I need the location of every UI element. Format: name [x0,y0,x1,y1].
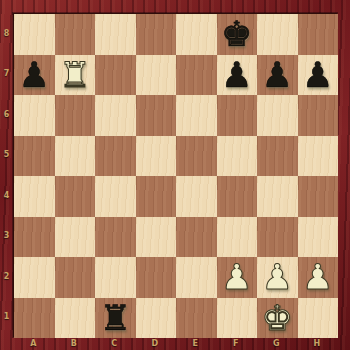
square-h7[interactable]: ♟ [298,55,339,96]
square-h8[interactable] [298,14,339,55]
square-b6[interactable] [55,95,96,136]
square-b2[interactable] [55,257,96,298]
square-e3[interactable] [176,217,217,258]
square-f1[interactable] [217,298,258,339]
piece-black-pawn-g7[interactable]: ♟ [262,55,293,96]
square-d8[interactable] [136,14,177,55]
square-b7[interactable]: ♜ [55,55,96,96]
square-b5[interactable] [55,136,96,177]
file-label-f: F [216,337,257,350]
square-e5[interactable] [176,136,217,177]
square-h4[interactable] [298,176,339,217]
square-b4[interactable] [55,176,96,217]
rank-label-3: 3 [0,216,13,257]
square-h1[interactable] [298,298,339,339]
chess-board: ♚♟♜♟♟♟♟♟♟♜♚ [13,13,337,337]
square-a3[interactable] [14,217,55,258]
square-c5[interactable] [95,136,136,177]
square-f8[interactable]: ♚ [217,14,258,55]
square-g7[interactable]: ♟ [257,55,298,96]
rank-label-7: 7 [0,54,13,95]
piece-white-pawn-f2[interactable]: ♟ [221,257,252,298]
square-c4[interactable] [95,176,136,217]
rank-labels: 87654321 [0,13,13,337]
square-c7[interactable] [95,55,136,96]
square-d4[interactable] [136,176,177,217]
square-c8[interactable] [95,14,136,55]
piece-black-pawn-h7[interactable]: ♟ [302,55,333,96]
square-a6[interactable] [14,95,55,136]
square-f6[interactable] [217,95,258,136]
square-f2[interactable]: ♟ [217,257,258,298]
square-a2[interactable] [14,257,55,298]
square-a1[interactable] [14,298,55,339]
square-a7[interactable]: ♟ [14,55,55,96]
file-label-c: C [94,337,135,350]
square-h2[interactable]: ♟ [298,257,339,298]
square-c2[interactable] [95,257,136,298]
square-g2[interactable]: ♟ [257,257,298,298]
square-f5[interactable] [217,136,258,177]
square-g6[interactable] [257,95,298,136]
file-label-h: H [297,337,338,350]
square-e7[interactable] [176,55,217,96]
rank-label-2: 2 [0,256,13,297]
square-f4[interactable] [217,176,258,217]
piece-black-rook-c1[interactable]: ♜ [100,298,131,339]
square-e4[interactable] [176,176,217,217]
piece-white-pawn-g2[interactable]: ♟ [262,257,293,298]
square-d7[interactable] [136,55,177,96]
rank-label-5: 5 [0,135,13,176]
rank-label-6: 6 [0,94,13,135]
square-d6[interactable] [136,95,177,136]
square-h5[interactable] [298,136,339,177]
square-a4[interactable] [14,176,55,217]
square-b3[interactable] [55,217,96,258]
piece-white-pawn-h2[interactable]: ♟ [302,257,333,298]
square-e2[interactable] [176,257,217,298]
piece-white-king-g1[interactable]: ♚ [262,298,293,339]
square-g8[interactable] [257,14,298,55]
file-label-g: G [256,337,297,350]
square-h6[interactable] [298,95,339,136]
board-frame: ♚♟♜♟♟♟♟♟♟♜♚ 87654321 ABCDEFGH [0,0,350,350]
square-b8[interactable] [55,14,96,55]
square-c1[interactable]: ♜ [95,298,136,339]
square-a5[interactable] [14,136,55,177]
rank-label-4: 4 [0,175,13,216]
square-g3[interactable] [257,217,298,258]
file-label-b: B [54,337,95,350]
square-f7[interactable]: ♟ [217,55,258,96]
square-g1[interactable]: ♚ [257,298,298,339]
square-a8[interactable] [14,14,55,55]
square-e8[interactable] [176,14,217,55]
square-d2[interactable] [136,257,177,298]
square-d1[interactable] [136,298,177,339]
square-d3[interactable] [136,217,177,258]
file-label-d: D [135,337,176,350]
square-h3[interactable] [298,217,339,258]
square-e6[interactable] [176,95,217,136]
square-c6[interactable] [95,95,136,136]
square-g5[interactable] [257,136,298,177]
square-d5[interactable] [136,136,177,177]
square-g4[interactable] [257,176,298,217]
file-labels: ABCDEFGH [13,337,337,350]
piece-black-pawn-a7[interactable]: ♟ [19,55,50,96]
square-e1[interactable] [176,298,217,339]
piece-black-pawn-f7[interactable]: ♟ [221,55,252,96]
file-label-e: E [175,337,216,350]
piece-black-king-f8[interactable]: ♚ [221,14,252,55]
square-f3[interactable] [217,217,258,258]
square-b1[interactable] [55,298,96,339]
rank-label-8: 8 [0,13,13,54]
piece-white-rook-b7[interactable]: ♜ [59,55,90,96]
file-label-a: A [13,337,54,350]
square-c3[interactable] [95,217,136,258]
rank-label-1: 1 [0,297,13,338]
